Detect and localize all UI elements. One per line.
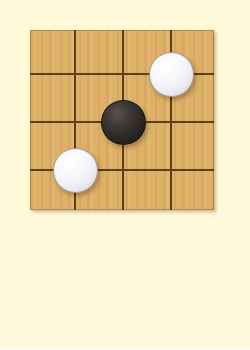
white-stone[interactable] bbox=[53, 148, 98, 193]
white-stone[interactable] bbox=[149, 52, 194, 97]
go-board bbox=[30, 30, 214, 210]
stones-layer bbox=[30, 30, 214, 210]
black-stone[interactable] bbox=[101, 100, 146, 145]
page: { "game": "go", "board": { "description"… bbox=[0, 0, 250, 350]
